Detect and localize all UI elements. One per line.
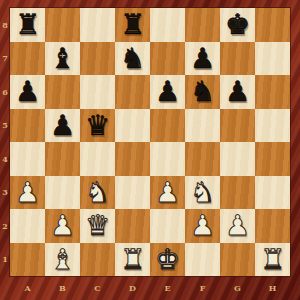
piece-white-king[interactable]: ♚	[150, 243, 185, 277]
piece-black-pawn[interactable]: ♟	[10, 75, 45, 109]
piece-white-pawn[interactable]: ♟	[10, 176, 45, 210]
piece-black-bishop[interactable]: ♝	[45, 42, 80, 76]
square-a3[interactable]: ♟	[10, 176, 45, 210]
square-d2[interactable]	[115, 209, 150, 243]
square-f4[interactable]	[185, 142, 220, 176]
square-a7[interactable]	[10, 42, 45, 76]
rank-label-5: 5	[0, 109, 10, 143]
file-labels: A B C D E F G H	[10, 276, 290, 300]
piece-white-rook[interactable]: ♜	[255, 243, 290, 277]
square-e6[interactable]: ♟	[150, 75, 185, 109]
square-b2[interactable]: ♟	[45, 209, 80, 243]
square-f8[interactable]	[185, 8, 220, 42]
square-h7[interactable]	[255, 42, 290, 76]
square-a2[interactable]	[10, 209, 45, 243]
square-g8[interactable]: ♚	[220, 8, 255, 42]
piece-black-pawn[interactable]: ♟	[45, 109, 80, 143]
square-h5[interactable]	[255, 109, 290, 143]
square-a5[interactable]	[10, 109, 45, 143]
square-h1[interactable]: ♜	[255, 243, 290, 277]
file-label-f: F	[185, 276, 220, 300]
square-d3[interactable]	[115, 176, 150, 210]
square-a4[interactable]	[10, 142, 45, 176]
square-a8[interactable]: ♜	[10, 8, 45, 42]
square-b5[interactable]: ♟	[45, 109, 80, 143]
piece-white-rook[interactable]: ♜	[115, 243, 150, 277]
rank-label-1: 1	[0, 243, 10, 277]
file-label-b: B	[45, 276, 80, 300]
square-b7[interactable]: ♝	[45, 42, 80, 76]
square-d6[interactable]	[115, 75, 150, 109]
piece-white-queen[interactable]: ♛	[80, 209, 115, 243]
square-g1[interactable]	[220, 243, 255, 277]
rank-label-2: 2	[0, 209, 10, 243]
square-h6[interactable]	[255, 75, 290, 109]
file-label-d: D	[115, 276, 150, 300]
square-b4[interactable]	[45, 142, 80, 176]
square-d4[interactable]	[115, 142, 150, 176]
square-f3[interactable]: ♞	[185, 176, 220, 210]
piece-white-knight[interactable]: ♞	[185, 176, 220, 210]
square-d8[interactable]: ♜	[115, 8, 150, 42]
square-f7[interactable]: ♟	[185, 42, 220, 76]
square-a1[interactable]	[10, 243, 45, 277]
square-d7[interactable]: ♞	[115, 42, 150, 76]
piece-black-knight[interactable]: ♞	[115, 42, 150, 76]
rank-label-6: 6	[0, 75, 10, 109]
file-label-h: H	[255, 276, 290, 300]
square-e2[interactable]	[150, 209, 185, 243]
piece-black-rook[interactable]: ♜	[115, 8, 150, 42]
square-c2[interactable]: ♛	[80, 209, 115, 243]
piece-white-knight[interactable]: ♞	[80, 176, 115, 210]
square-g5[interactable]	[220, 109, 255, 143]
file-label-g: G	[220, 276, 255, 300]
square-f5[interactable]	[185, 109, 220, 143]
square-h8[interactable]	[255, 8, 290, 42]
square-b8[interactable]	[45, 8, 80, 42]
piece-black-queen[interactable]: ♛	[80, 109, 115, 143]
square-d1[interactable]: ♜	[115, 243, 150, 277]
square-g7[interactable]	[220, 42, 255, 76]
piece-black-king[interactable]: ♚	[220, 8, 255, 42]
square-b1[interactable]: ♝	[45, 243, 80, 277]
square-e8[interactable]	[150, 8, 185, 42]
rank-label-3: 3	[0, 176, 10, 210]
square-c6[interactable]	[80, 75, 115, 109]
square-e5[interactable]	[150, 109, 185, 143]
square-c8[interactable]	[80, 8, 115, 42]
piece-black-pawn[interactable]: ♟	[220, 75, 255, 109]
piece-white-pawn[interactable]: ♟	[150, 176, 185, 210]
square-e4[interactable]	[150, 142, 185, 176]
piece-black-rook[interactable]: ♜	[10, 8, 45, 42]
square-f6[interactable]: ♞	[185, 75, 220, 109]
piece-black-pawn[interactable]: ♟	[185, 42, 220, 76]
chess-board: ♜♜♚♝♞♟♟♟♞♟♟♛♟♞♟♞♟♛♟♟♝♜♚♜	[10, 8, 290, 276]
piece-white-pawn[interactable]: ♟	[220, 209, 255, 243]
square-h3[interactable]	[255, 176, 290, 210]
square-c4[interactable]	[80, 142, 115, 176]
square-g6[interactable]: ♟	[220, 75, 255, 109]
rank-label-7: 7	[0, 42, 10, 76]
file-label-e: E	[150, 276, 185, 300]
square-g3[interactable]	[220, 176, 255, 210]
square-e1[interactable]: ♚	[150, 243, 185, 277]
piece-white-bishop[interactable]: ♝	[45, 243, 80, 277]
square-c7[interactable]	[80, 42, 115, 76]
square-g2[interactable]: ♟	[220, 209, 255, 243]
square-e7[interactable]	[150, 42, 185, 76]
piece-white-pawn[interactable]: ♟	[45, 209, 80, 243]
piece-white-pawn[interactable]: ♟	[185, 209, 220, 243]
file-label-a: A	[10, 276, 45, 300]
square-a6[interactable]: ♟	[10, 75, 45, 109]
square-e3[interactable]: ♟	[150, 176, 185, 210]
square-g4[interactable]	[220, 142, 255, 176]
square-h2[interactable]	[255, 209, 290, 243]
square-h4[interactable]	[255, 142, 290, 176]
square-b6[interactable]	[45, 75, 80, 109]
square-b3[interactable]	[45, 176, 80, 210]
square-f1[interactable]	[185, 243, 220, 277]
rank-label-8: 8	[0, 8, 10, 42]
square-c3[interactable]: ♞	[80, 176, 115, 210]
file-label-c: C	[80, 276, 115, 300]
rank-labels: 8 7 6 5 4 3 2 1	[0, 8, 10, 276]
chess-board-frame: 8 7 6 5 4 3 2 1 ♜♜♚♝♞♟♟♟♞♟♟♛♟♞♟♞♟♛♟♟♝♜♚♜…	[0, 0, 300, 300]
square-d5[interactable]	[115, 109, 150, 143]
square-c1[interactable]	[80, 243, 115, 277]
piece-black-knight[interactable]: ♞	[185, 75, 220, 109]
rank-label-4: 4	[0, 142, 10, 176]
piece-black-pawn[interactable]: ♟	[150, 75, 185, 109]
square-c5[interactable]: ♛	[80, 109, 115, 143]
square-f2[interactable]: ♟	[185, 209, 220, 243]
